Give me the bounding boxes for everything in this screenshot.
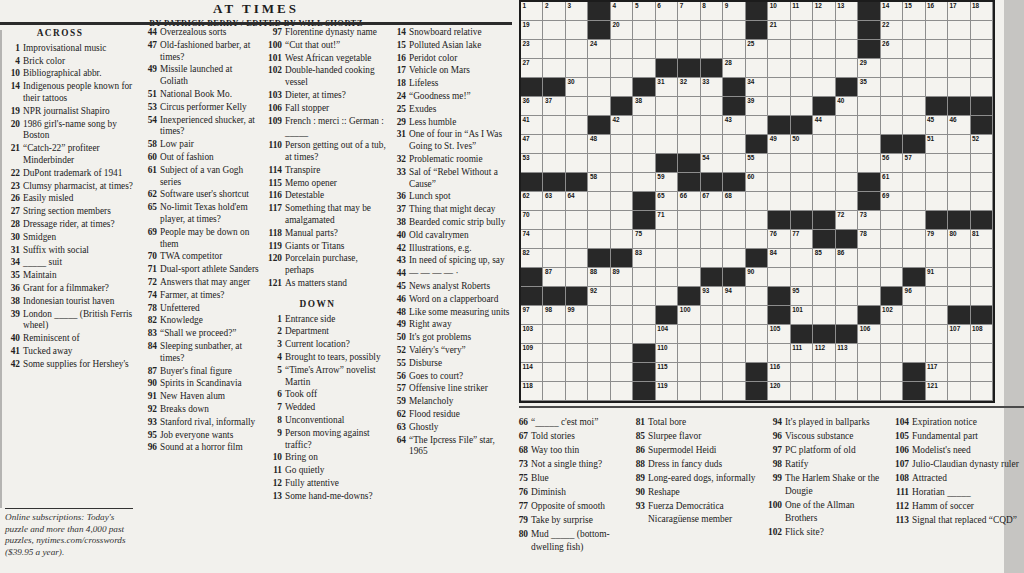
grid-cell-r8c7 — [656, 135, 678, 154]
clue-across-60: 60Out of fashion — [141, 152, 262, 164]
clue-number: 8 — [266, 415, 282, 427]
grid-cell-r14c2 — [543, 249, 565, 268]
clue-number: 10 — [4, 68, 20, 80]
cell-number: 1 — [523, 2, 527, 10]
clue-number: 49 — [390, 319, 406, 331]
grid-cell-r20c13 — [791, 363, 813, 382]
black-square — [656, 154, 678, 173]
clue-text: People may be down on them — [160, 227, 262, 251]
clue-across-116: 116Detestable — [266, 190, 387, 202]
cell-number: 9 — [725, 2, 729, 10]
grid-cell-r2c13 — [791, 21, 813, 40]
grid-cell-r2c7 — [656, 21, 678, 40]
clue-down-49: 49Right away — [390, 319, 514, 331]
grid-cell-r21c17 — [881, 382, 903, 401]
grid-cell-r6c15: 40 — [836, 97, 858, 116]
grid-cell-r14c3 — [566, 249, 588, 268]
grid-cell-r1c21: 18 — [971, 2, 993, 21]
clue-number: 46 — [390, 294, 406, 306]
clue-down-43: 43In need of spicing up, say — [390, 255, 514, 267]
clue-number: 76 — [512, 486, 528, 499]
clue-number: 91 — [141, 391, 157, 403]
grid-cell-r19c18 — [903, 344, 925, 363]
clue-number: 41 — [4, 346, 20, 358]
grid-cell-r18c20: 107 — [948, 325, 970, 344]
black-square — [633, 363, 655, 382]
grid-cell-r7c7 — [656, 116, 678, 135]
grid-cell-r21c7: 119 — [656, 382, 678, 401]
grid-cell-r13c12: 76 — [768, 230, 790, 249]
clue-text: DuPont trademark of 1941 — [23, 168, 134, 180]
grid-cell-r16c5 — [611, 287, 633, 306]
crossword-grid: 1234567891011121314151617181920212223242… — [519, 0, 995, 403]
clue-down-48: 48Like some measuring units — [390, 307, 514, 319]
black-square — [521, 268, 543, 287]
grid-cell-r1c15: 13 — [836, 2, 858, 21]
clue-down-79: 79Take by surprise — [512, 514, 630, 527]
black-square — [791, 211, 813, 230]
clue-text: Word on a clapperboard — [409, 294, 514, 306]
clue-number: 84 — [141, 341, 157, 365]
clue-number: 23 — [4, 181, 20, 193]
clue-number: 112 — [893, 500, 909, 513]
clue-down-36: 36Lunch spot — [390, 191, 514, 203]
grid-cell-r16c7 — [656, 287, 678, 306]
cell-number: 100 — [680, 306, 691, 314]
clue-across-30: 30Smidgen — [4, 232, 134, 244]
clue-across-28: 28Dressage rider, at times? — [4, 219, 134, 231]
clue-across-120: 120Porcelain purchase, perhaps — [266, 253, 387, 277]
black-square — [858, 40, 880, 59]
grid-cell-r15c2: 87 — [543, 268, 565, 287]
cell-number: 83 — [635, 249, 642, 257]
clue-number: 4 — [4, 56, 20, 68]
black-square — [611, 97, 633, 116]
grid-cell-r3c12 — [768, 40, 790, 59]
grid-cell-r6c8 — [678, 97, 700, 116]
clue-down-38: 38Bearded comic strip bully — [390, 217, 514, 229]
cell-number: 48 — [590, 135, 597, 143]
grid-cell-r3c4: 24 — [588, 40, 610, 59]
clue-number: 40 — [390, 230, 406, 242]
grid-cell-r1c7: 6 — [656, 2, 678, 21]
cell-number: 107 — [950, 325, 961, 333]
black-square — [723, 268, 745, 287]
grid-cell-r18c18 — [903, 325, 925, 344]
clue-number: 61 — [141, 165, 157, 189]
grid-cell-r20c19: 117 — [926, 363, 948, 382]
black-square — [656, 306, 678, 325]
clue-text: Flood residue — [409, 409, 514, 421]
clue-down-8: 8Unconventional — [266, 415, 387, 427]
black-square — [588, 2, 610, 21]
grid-cell-r7c3 — [566, 116, 588, 135]
black-square — [836, 230, 858, 249]
clue-down-13: 13Some hand-me-downs? — [266, 491, 387, 503]
cell-number: 16 — [927, 2, 934, 10]
grid-cell-r20c10 — [723, 363, 745, 382]
clue-across-92: 92Breaks down — [141, 404, 262, 416]
clue-down-86: 86Supermodel Heidi — [629, 444, 765, 457]
cell-number: 21 — [770, 21, 777, 29]
clue-text: London _____ (British Ferris wheel) — [23, 309, 134, 333]
clue-across-21: 21“Catch-22” profiteer Minderbinder — [4, 143, 134, 167]
clue-across-40: 40Reminiscent of — [4, 333, 134, 345]
clue-text: Offensive line striker — [409, 383, 514, 395]
grid-cell-r15c15 — [836, 268, 858, 287]
cell-number: 20 — [612, 21, 619, 29]
black-square — [948, 306, 970, 325]
clue-across-58: 58Low pair — [141, 139, 262, 151]
black-square — [791, 116, 813, 135]
clue-number: 30 — [4, 232, 20, 244]
black-square — [948, 211, 970, 230]
clue-number: 71 — [141, 264, 157, 276]
grid-cell-r9c16 — [858, 154, 880, 173]
black-square — [813, 325, 835, 344]
grid-cell-r3c14 — [813, 40, 835, 59]
clue-number: 82 — [141, 315, 157, 327]
clue-number: 88 — [629, 458, 645, 471]
clue-down-55: 55Disburse — [390, 358, 514, 370]
grid-cell-r7c19: 45 — [926, 116, 948, 135]
clue-number: 97 — [766, 444, 782, 457]
grid-cell-r2c18 — [903, 21, 925, 40]
clue-text: One of four in “As I Was Going to St. Iv… — [409, 129, 514, 153]
grid-cell-r7c17 — [881, 116, 903, 135]
grid-cell-r10c6 — [633, 173, 655, 192]
clue-number: 105 — [893, 430, 909, 443]
black-square — [521, 78, 543, 97]
clue-text: “Time's Arrow” novelist Martin — [285, 365, 387, 389]
clue-text: In need of spicing up, say — [409, 255, 514, 267]
clue-text: Slurpee flavor — [648, 430, 765, 443]
clue-text: Lunch spot — [409, 191, 514, 203]
grid-cell-r21c19: 121 — [926, 382, 948, 401]
clue-text: Bearded comic strip bully — [409, 217, 514, 229]
grid-cell-r14c10 — [723, 249, 745, 268]
grid-cell-r8c1: 47 — [521, 135, 543, 154]
cell-number: 12 — [815, 2, 822, 10]
clue-text: Smidgen — [23, 232, 134, 244]
clue-down-85: 85Slurpee flavor — [629, 430, 765, 443]
cell-number: 28 — [725, 59, 732, 67]
clue-number: 83 — [141, 328, 157, 340]
clue-text: — — — — · — [409, 268, 514, 280]
cell-number: 34 — [747, 78, 754, 86]
clue-across-39: 39London _____ (British Ferris wheel) — [4, 309, 134, 333]
clue-number: 24 — [390, 91, 406, 103]
clue-text: Inexperienced shucker, at times? — [160, 115, 262, 139]
clue-text: Knowledge — [160, 315, 262, 327]
grid-cell-r17c6 — [633, 306, 655, 325]
grid-cell-r8c2 — [543, 135, 565, 154]
clue-text: Reshape — [648, 486, 765, 499]
grid-cell-r11c13 — [791, 192, 813, 211]
black-square — [633, 78, 655, 97]
clue-number: 1 — [266, 314, 282, 326]
grid-cell-r8c13: 50 — [791, 135, 813, 154]
grid-cell-r6c1: 36 — [521, 97, 543, 116]
grid-cell-r13c4 — [588, 230, 610, 249]
cell-number: 8 — [702, 2, 706, 10]
clue-across-65: 65No-limit Texas hold'em player, at time… — [141, 202, 262, 226]
grid-cell-r6c2: 37 — [543, 97, 565, 116]
grid-cell-r1c3: 3 — [566, 2, 588, 21]
grid-cell-r1c8: 7 — [678, 2, 700, 21]
clue-down-42: 42Illustrations, e.g. — [390, 243, 514, 255]
clue-number: 77 — [512, 500, 528, 513]
clue-down-105: 105Fundamental part — [893, 430, 1021, 443]
grid-cell-r10c15 — [836, 173, 858, 192]
clue-number: 81 — [629, 416, 645, 429]
clue-down-7: 7Wedded — [266, 402, 387, 414]
black-square — [926, 97, 948, 116]
clue-number: 20 — [4, 119, 20, 143]
grid-cell-r8c6 — [633, 135, 655, 154]
clue-text: Memo opener — [285, 178, 387, 190]
grid-cell-r10c20 — [948, 173, 970, 192]
grid-cell-r16c21 — [971, 287, 993, 306]
black-square — [521, 173, 543, 192]
black-square — [746, 21, 768, 40]
grid-cell-r15c3 — [566, 268, 588, 287]
black-square — [768, 306, 790, 325]
grid-cell-r19c14: 112 — [813, 344, 835, 363]
grid-cell-r3c6 — [633, 40, 655, 59]
black-square — [836, 78, 858, 97]
black-square — [656, 59, 678, 78]
black-square — [678, 287, 700, 306]
clue-number: 13 — [266, 491, 282, 503]
clue-down-113: 113Signal that replaced “CQD” — [893, 514, 1021, 527]
grid-cell-r18c7: 104 — [656, 325, 678, 344]
black-square — [678, 173, 700, 192]
clue-text: Grant for a filmmaker? — [23, 283, 134, 295]
cell-number: 37 — [545, 97, 552, 105]
cell-number: 102 — [882, 306, 893, 314]
subscription-note: Online subscriptions: Today's puzzle and… — [5, 508, 133, 558]
clue-down-25: 25Exudes — [390, 104, 514, 116]
clue-down-68: 68Way too thin — [512, 444, 630, 457]
clue-text: Manual parts? — [285, 228, 387, 240]
clue-number: 67 — [512, 430, 528, 443]
grid-cell-r11c7: 65 — [656, 192, 678, 211]
grid-cell-r17c13: 101 — [791, 306, 813, 325]
clue-number: 18 — [390, 78, 406, 90]
clue-down-93: 93Fuerza Democrática Nicaragüense member — [629, 500, 765, 526]
grid-cell-r7c5: 42 — [611, 116, 633, 135]
grid-cell-r8c21: 52 — [971, 135, 993, 154]
black-square — [588, 116, 610, 135]
cell-number: 10 — [770, 2, 777, 10]
clue-text: Job everyone wants — [160, 430, 262, 442]
grid-cell-r6c16 — [858, 97, 880, 116]
clue-number: 90 — [141, 378, 157, 390]
clue-across-34: 34_____ suit — [4, 257, 134, 269]
grid-cell-r5c20 — [948, 78, 970, 97]
clue-number: 106 — [266, 103, 282, 115]
clue-text: String section members — [23, 206, 134, 218]
cell-number: 85 — [815, 249, 822, 257]
cell-number: 47 — [523, 135, 530, 143]
grid-cell-r11c15 — [836, 192, 858, 211]
clue-number: 16 — [390, 53, 406, 65]
grid-cell-r13c10 — [723, 230, 745, 249]
grid-cell-r18c2 — [543, 325, 565, 344]
cell-number: 72 — [837, 211, 844, 219]
grid-cell-r19c7: 110 — [656, 344, 678, 363]
grid-cell-r15c20 — [948, 268, 970, 287]
grid-cell-r7c20: 46 — [948, 116, 970, 135]
grid-cell-r2c10 — [723, 21, 745, 40]
clue-down-73: 73Not a single thing? — [512, 458, 630, 471]
clue-text: Buyer's final figure — [160, 366, 262, 378]
clue-across-1: 1Improvisational music — [4, 43, 134, 55]
cell-number: 63 — [545, 192, 552, 200]
grid-cell-r21c5 — [611, 382, 633, 401]
clue-across-74: 74Farmer, at times? — [141, 290, 262, 302]
clue-text: Dressage rider, at times? — [23, 219, 134, 231]
clue-across-118: 118Manual parts? — [266, 228, 387, 240]
clue-number: 59 — [390, 396, 406, 408]
cell-number: 50 — [792, 135, 799, 143]
grid-cell-r6c18 — [903, 97, 925, 116]
clue-across-106: 106Fall stopper — [266, 103, 387, 115]
black-square — [566, 287, 588, 306]
clue-across-78: 78Unfettered — [141, 303, 262, 315]
grid-cell-r8c19: 51 — [926, 135, 948, 154]
clue-across-93: 93Stanford rival, informally — [141, 417, 262, 429]
clue-number: 64 — [390, 435, 406, 459]
clue-number: 38 — [4, 296, 20, 308]
black-square — [881, 287, 903, 306]
grid-cell-r20c21 — [971, 363, 993, 382]
grid-cell-r4c17 — [881, 59, 903, 78]
clue-number: 19 — [4, 106, 20, 118]
black-square — [633, 344, 655, 363]
grid-cell-r16c4: 92 — [588, 287, 610, 306]
clue-across-38: 38Indonesian tourist haven — [4, 296, 134, 308]
grid-cell-r14c20 — [948, 249, 970, 268]
grid-cell-r20c17 — [881, 363, 903, 382]
grid-cell-r12c1: 70 — [521, 211, 543, 230]
cell-number: 35 — [860, 78, 867, 86]
grid-cell-r4c18 — [903, 59, 925, 78]
clue-text: Long-eared dogs, informally — [648, 472, 765, 485]
grid-cell-r4c10: 28 — [723, 59, 745, 78]
grid-cell-r7c10: 43 — [723, 116, 745, 135]
grid-cell-r3c15 — [836, 40, 858, 59]
cell-number: 62 — [523, 192, 530, 200]
grid-cell-r3c19 — [926, 40, 948, 59]
clue-text: Problematic roomie — [409, 154, 514, 166]
clue-down-56: 56Goes to court? — [390, 371, 514, 383]
black-square — [858, 192, 880, 211]
grid-cell-r10c13 — [791, 173, 813, 192]
grid-cell-r13c5 — [611, 230, 633, 249]
clue-text: Unconventional — [285, 415, 387, 427]
grid-cell-r5c4 — [588, 78, 610, 97]
clue-down-45: 45News analyst Roberts — [390, 281, 514, 293]
clue-number: 62 — [141, 189, 157, 201]
grid-cell-r1c5: 4 — [611, 2, 633, 21]
clue-number: 115 — [266, 178, 282, 190]
black-square — [903, 363, 925, 382]
grid-cell-r13c7 — [656, 230, 678, 249]
grid-cell-r14c17 — [881, 249, 903, 268]
cell-number: 43 — [725, 116, 732, 124]
clue-text: Suffix with social — [23, 245, 134, 257]
grid-cell-r18c5 — [611, 325, 633, 344]
black-square — [746, 382, 768, 401]
grid-cell-r8c3 — [566, 135, 588, 154]
cell-number: 111 — [792, 344, 802, 352]
grid-cell-r3c2 — [543, 40, 565, 59]
clue-number: 98 — [766, 458, 782, 471]
grid-cell-r1c17: 14 — [881, 2, 903, 21]
grid-cell-r9c11: 55 — [746, 154, 768, 173]
clue-text: Circus performer Kelly — [160, 102, 262, 114]
clue-number: 25 — [390, 104, 406, 116]
cell-number: 117 — [927, 363, 937, 371]
grid-cell-r15c4: 88 — [588, 268, 610, 287]
clue-text: Total bore — [648, 416, 765, 429]
grid-cell-r4c14 — [813, 59, 835, 78]
clue-text: Subject of a van Gogh series — [160, 165, 262, 189]
clue-column-bottom-4: 104Expiration notice105Fundamental part1… — [893, 416, 1021, 528]
clue-text: Snowboard relative — [409, 27, 514, 39]
clue-text: Improvisational music — [23, 43, 134, 55]
clue-down-46: 46Word on a clapperboard — [390, 294, 514, 306]
cell-number: 7 — [680, 2, 684, 10]
grid-cell-r13c20: 80 — [948, 230, 970, 249]
grid-cell-r20c2 — [543, 363, 565, 382]
clue-down-108: 108Attracted — [893, 472, 1021, 485]
clue-down-29: 29Less humble — [390, 117, 514, 129]
grid-cell-r11c8: 66 — [678, 192, 700, 211]
clue-number: 104 — [893, 416, 909, 429]
clue-across-115: 115Memo opener — [266, 178, 387, 190]
clue-number: 32 — [390, 154, 406, 166]
clue-text: Exudes — [409, 104, 514, 116]
grid-cell-r3c7 — [656, 40, 678, 59]
grid-cell-r1c19: 16 — [926, 2, 948, 21]
grid-cell-r20c7: 115 — [656, 363, 678, 382]
black-square — [701, 59, 723, 78]
clue-column-4: 14Snowboard relative15Polluted Asian lak… — [390, 27, 514, 459]
clue-number: 53 — [141, 102, 157, 114]
clue-number: 26 — [4, 193, 20, 205]
cell-number: 99 — [567, 306, 574, 314]
grid-cell-r11c20 — [948, 192, 970, 211]
clue-text: Person getting out of a tub, at times? — [285, 140, 387, 164]
clue-number: 65 — [141, 202, 157, 226]
clue-number: 43 — [390, 255, 406, 267]
grid-cell-r17c17: 102 — [881, 306, 903, 325]
clue-text: Mud _____ (bottom-dwelling fish) — [531, 528, 630, 554]
black-square — [746, 135, 768, 154]
grid-cell-r5c12 — [768, 78, 790, 97]
grid-cell-r18c16: 106 — [858, 325, 880, 344]
cell-number: 14 — [882, 2, 889, 10]
grid-cell-r16c14 — [813, 287, 835, 306]
grid-cell-r10c5 — [611, 173, 633, 192]
grid-cell-r5c19 — [926, 78, 948, 97]
clue-down-10: 10Bring on — [266, 452, 387, 464]
grid-cell-r13c9 — [701, 230, 723, 249]
grid-bottom-rule — [519, 406, 1024, 408]
